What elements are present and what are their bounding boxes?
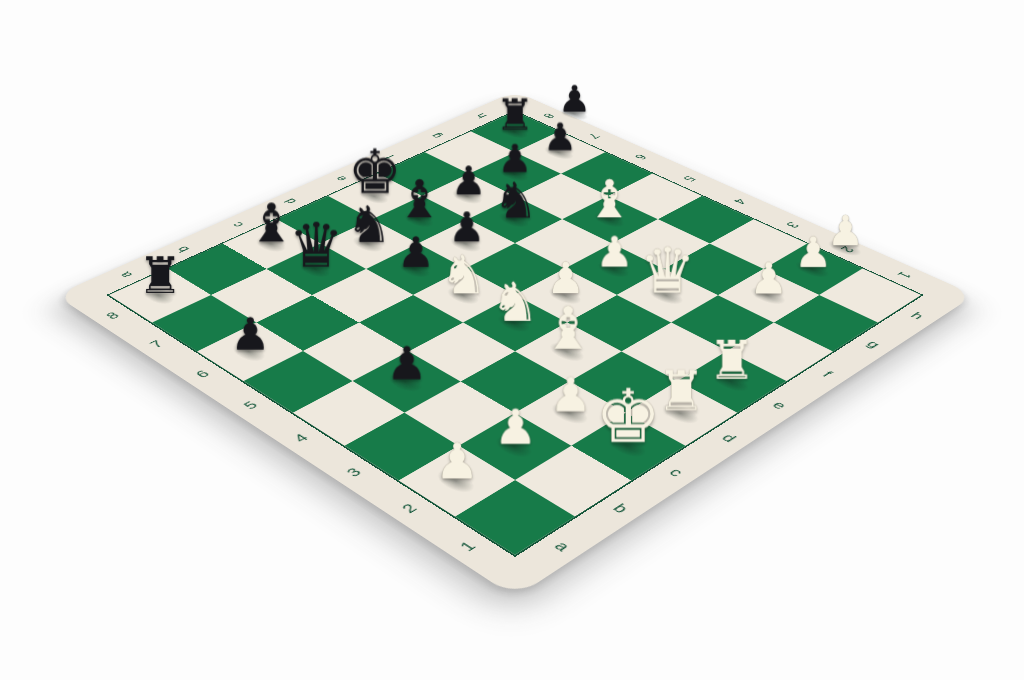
white-pawn-g2[interactable]: ♟ bbox=[733, 257, 805, 300]
black-pawn-offboard[interactable]: ♟ bbox=[544, 81, 606, 118]
board-tilt-wrapper: ♜♟♟♟♝♟♟♞♟♛♚♝♟♟♜♞♟♞♞♝♜♝♛♟♚♟♟♜♟♟ aa88bb77c… bbox=[55, 91, 974, 597]
rank-label-hfile-edge-1: 1 bbox=[893, 269, 915, 280]
black-rook-a8[interactable]: ♜ bbox=[124, 251, 196, 301]
white-bishop-d3[interactable]: ♝ bbox=[531, 300, 606, 359]
black-pawn-a6[interactable]: ♟ bbox=[212, 312, 287, 357]
black-queen-c7[interactable]: ♛ bbox=[281, 214, 351, 276]
square-a8[interactable]: ♜ bbox=[109, 269, 210, 323]
rank-label-hfile-edge-6: 6 bbox=[631, 152, 650, 161]
square-a6[interactable]: ♟ bbox=[197, 322, 303, 381]
rank-label-afile-edge-1: 1 bbox=[456, 539, 481, 555]
product-photo-scene: ♜♟♟♟♝♟♟♞♟♛♚♝♟♟♜♞♟♞♞♝♜♝♛♟♚♟♟♜♟♟ aa88bb77c… bbox=[0, 0, 1024, 680]
file-label-rank1-edge-h: h bbox=[907, 310, 927, 321]
rank-label-afile-edge-2: 2 bbox=[398, 501, 422, 516]
rank-label-afile-edge-3: 3 bbox=[343, 465, 366, 479]
file-label-rank1-edge-f: f bbox=[819, 369, 836, 379]
file-label-rank8-edge-g: g bbox=[427, 132, 445, 140]
rank-label-afile-edge-8: 8 bbox=[103, 310, 123, 321]
file-label-rank1-edge-g: g bbox=[863, 339, 883, 351]
rank-label-afile-edge-5: 5 bbox=[240, 399, 262, 412]
black-pawn-b4[interactable]: ♟ bbox=[368, 341, 445, 387]
chess-board: ♜♟♟♟♝♟♟♞♟♛♚♝♟♟♜♞♟♞♞♝♜♝♛♟♚♟♟♜♟♟ bbox=[106, 110, 923, 557]
rank-label-hfile-edge-4: 4 bbox=[729, 196, 749, 205]
file-label-rank1-edge-a: a bbox=[549, 539, 574, 555]
file-label-rank1-edge-d: d bbox=[717, 431, 739, 445]
rank-label-hfile-edge-5: 5 bbox=[679, 174, 698, 183]
rank-label-afile-edge-7: 7 bbox=[147, 339, 167, 351]
file-label-rank1-edge-b: b bbox=[608, 501, 632, 516]
rank-label-afile-edge-6: 6 bbox=[192, 368, 213, 380]
file-label-rank1-edge-e: e bbox=[768, 399, 790, 412]
rank-label-afile-edge-4: 4 bbox=[290, 431, 312, 445]
square-h1[interactable] bbox=[819, 269, 920, 323]
white-king-c1[interactable]: ♚ bbox=[589, 381, 669, 455]
white-queen-f3[interactable]: ♛ bbox=[631, 240, 703, 303]
white-pawn-a2[interactable]: ♟ bbox=[416, 437, 498, 486]
file-label-rank1-edge-c: c bbox=[664, 466, 686, 480]
chess-mat: ♜♟♟♟♝♟♟♞♟♛♚♝♟♟♜♞♟♞♞♝♜♝♛♟♚♟♟♜♟♟ aa88bb77c… bbox=[55, 91, 974, 597]
white-bishop-g5[interactable]: ♝ bbox=[577, 173, 644, 226]
